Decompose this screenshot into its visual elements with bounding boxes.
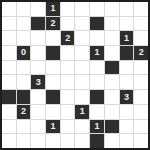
empty-cell-r1c0[interactable] [2,17,16,31]
empty-cell-r4c2[interactable] [31,61,45,75]
empty-cell-r4c0[interactable] [2,61,16,75]
wall-cell-r1c6 [90,17,104,31]
empty-cell-r1c4[interactable] [61,17,75,31]
clue-cell-r3c1: 0 [17,46,31,60]
empty-cell-r9c4[interactable] [61,134,75,148]
empty-cell-r9c9[interactable] [134,134,148,148]
empty-cell-r3c0[interactable] [2,46,16,60]
wall-cell-r3c3 [46,46,60,60]
empty-cell-r5c6[interactable] [90,75,104,89]
empty-cell-r0c1[interactable] [17,2,31,16]
empty-cell-r5c9[interactable] [134,75,148,89]
empty-cell-r2c2[interactable] [31,31,45,45]
empty-cell-r7c4[interactable] [61,105,75,119]
empty-cell-r2c0[interactable] [2,31,16,45]
empty-cell-r7c7[interactable] [105,105,119,119]
empty-cell-r7c9[interactable] [134,105,148,119]
clue-cell-r3c6: 1 [90,46,104,60]
empty-cell-r8c1[interactable] [17,120,31,134]
empty-cell-r6c9[interactable] [134,90,148,104]
empty-cell-r4c6[interactable] [90,61,104,75]
empty-cell-r5c0[interactable] [2,75,16,89]
empty-cell-r7c0[interactable] [2,105,16,119]
empty-cell-r8c0[interactable] [2,120,16,134]
empty-cell-r0c8[interactable] [120,2,134,16]
empty-cell-r4c1[interactable] [17,61,31,75]
wall-cell-r3c8 [120,46,134,60]
empty-cell-r1c5[interactable] [75,17,89,31]
empty-cell-r3c7[interactable] [105,46,119,60]
empty-cell-r5c5[interactable] [75,75,89,89]
wall-cell-r8c7 [105,120,119,134]
empty-cell-r2c9[interactable] [134,31,148,45]
empty-cell-r5c8[interactable] [120,75,134,89]
empty-cell-r4c8[interactable] [120,61,134,75]
empty-cell-r8c5[interactable] [75,120,89,134]
clue-cell-r3c9: 2 [134,46,148,60]
empty-cell-r9c8[interactable] [120,134,134,148]
empty-cell-r7c3[interactable] [46,105,60,119]
empty-cell-r5c3[interactable] [46,75,60,89]
empty-cell-r3c5[interactable] [75,46,89,60]
empty-cell-r2c7[interactable] [105,31,119,45]
clue-cell-r7c5: 1 [75,105,89,119]
clue-cell-r8c6: 1 [90,120,104,134]
empty-cell-r4c4[interactable] [61,61,75,75]
empty-cell-r5c4[interactable] [61,75,75,89]
empty-cell-r0c4[interactable] [61,2,75,16]
empty-cell-r9c5[interactable] [75,134,89,148]
empty-cell-r6c5[interactable] [75,90,89,104]
clue-cell-r5c2: 3 [31,75,45,89]
clue-cell-r1c3: 2 [46,17,60,31]
empty-cell-r3c2[interactable] [31,46,45,60]
empty-cell-r5c7[interactable] [105,75,119,89]
empty-cell-r5c1[interactable] [17,75,31,89]
empty-cell-r0c2[interactable] [31,2,45,16]
clue-cell-r2c4: 2 [61,31,75,45]
empty-cell-r6c2[interactable] [31,90,45,104]
empty-cell-r9c2[interactable] [31,134,45,148]
empty-cell-r4c9[interactable] [134,61,148,75]
empty-cell-r9c1[interactable] [17,134,31,148]
clue-cell-r6c8: 3 [120,90,134,104]
wall-cell-r6c3 [46,90,60,104]
wall-cell-r4c7 [105,61,119,75]
wall-cell-r6c1 [17,90,31,104]
empty-cell-r7c6[interactable] [90,105,104,119]
empty-cell-r0c6[interactable] [90,2,104,16]
empty-cell-r6c7[interactable] [105,90,119,104]
wall-cell-r9c6 [90,134,104,148]
empty-cell-r8c9[interactable] [134,120,148,134]
empty-cell-r9c0[interactable] [2,134,16,148]
empty-cell-r7c2[interactable] [31,105,45,119]
wall-cell-r6c6 [90,90,104,104]
puzzle-board: 1221012332111 [2,2,148,148]
clue-cell-r7c1: 2 [17,105,31,119]
wall-cell-r6c0 [2,90,16,104]
empty-cell-r8c4[interactable] [61,120,75,134]
empty-cell-r0c0[interactable] [2,2,16,16]
empty-cell-r1c9[interactable] [134,17,148,31]
wall-cell-r1c2 [31,17,45,31]
empty-cell-r0c9[interactable] [134,2,148,16]
puzzle-board-frame: 1221012332111 [0,0,150,150]
clue-cell-r0c3: 1 [46,2,60,16]
empty-cell-r2c1[interactable] [17,31,31,45]
clue-cell-r2c8: 1 [120,31,134,45]
empty-cell-r1c7[interactable] [105,17,119,31]
empty-cell-r8c8[interactable] [120,120,134,134]
empty-cell-r1c1[interactable] [17,17,31,31]
empty-cell-r4c3[interactable] [46,61,60,75]
empty-cell-r8c2[interactable] [31,120,45,134]
empty-cell-r2c5[interactable] [75,31,89,45]
empty-cell-r3c4[interactable] [61,46,75,60]
empty-cell-r7c8[interactable] [120,105,134,119]
empty-cell-r2c3[interactable] [46,31,60,45]
empty-cell-r2c6[interactable] [90,31,104,45]
empty-cell-r1c8[interactable] [120,17,134,31]
empty-cell-r9c3[interactable] [46,134,60,148]
empty-cell-r4c5[interactable] [75,61,89,75]
empty-cell-r0c7[interactable] [105,2,119,16]
clue-cell-r8c3: 1 [46,120,60,134]
empty-cell-r0c5[interactable] [75,2,89,16]
empty-cell-r6c4[interactable] [61,90,75,104]
empty-cell-r9c7[interactable] [105,134,119,148]
